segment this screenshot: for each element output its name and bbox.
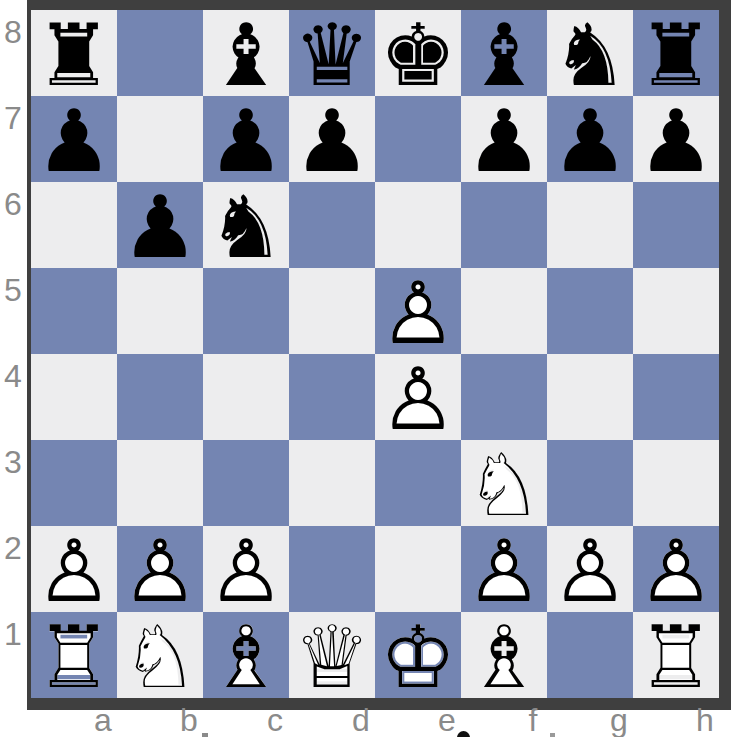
square-c4[interactable]	[203, 354, 289, 440]
square-f7[interactable]: ♟	[461, 96, 547, 182]
black-pawn[interactable]: ♟	[35, 98, 112, 184]
black-pawn[interactable]: ♟	[637, 98, 714, 184]
square-d8[interactable]: ♛	[289, 10, 375, 96]
square-c7[interactable]: ♟	[203, 96, 289, 182]
square-f6[interactable]	[461, 182, 547, 268]
black-queen-glyph: ♛	[293, 12, 370, 98]
square-e2[interactable]	[375, 526, 461, 612]
square-f5[interactable]	[461, 268, 547, 354]
square-d1[interactable]: ♛♕	[289, 612, 375, 698]
square-e7[interactable]	[375, 96, 461, 182]
square-g1[interactable]	[547, 612, 633, 698]
black-pawn[interactable]: ♟	[293, 98, 370, 184]
square-a3[interactable]	[31, 440, 117, 526]
black-pawn-glyph: ♟	[207, 98, 284, 184]
black-knight-glyph: ♞	[207, 184, 284, 270]
file-label-d: d	[340, 704, 382, 736]
square-h2[interactable]: ♟♙	[633, 526, 719, 612]
white-rook-outline: ♖	[35, 614, 112, 700]
square-a7[interactable]: ♟	[31, 96, 117, 182]
white-rook[interactable]: ♜♖	[35, 614, 112, 700]
white-pawn-outline: ♙	[207, 528, 284, 614]
white-pawn-outline: ♙	[637, 528, 714, 614]
white-pawn[interactable]: ♟♙	[551, 528, 628, 614]
square-c3[interactable]	[203, 440, 289, 526]
square-f2[interactable]: ♟♙	[461, 526, 547, 612]
white-pawn-outline: ♙	[121, 528, 198, 614]
file-label-g: g	[598, 704, 640, 736]
rank-label-1: 1	[0, 612, 26, 656]
file-label-h: h	[684, 704, 726, 736]
square-g6[interactable]	[547, 182, 633, 268]
chess-board: ♜♝♛♚♝♞♜♟♟♟♟♟♟♟♞♟♙♟♙♞♘♟♙♟♙♟♙♟♙♟♙♟♙♜♖♞♘♝♗♛…	[31, 10, 719, 698]
white-pawn[interactable]: ♟♙	[35, 528, 112, 614]
white-king-outline: ♔	[379, 614, 456, 700]
black-bishop-glyph: ♝	[207, 12, 284, 98]
square-g5[interactable]	[547, 268, 633, 354]
square-h7[interactable]: ♟	[633, 96, 719, 182]
black-pawn-glyph: ♟	[121, 184, 198, 270]
white-pawn-outline: ♙	[379, 270, 456, 356]
rank-label-4: 4	[0, 354, 26, 398]
square-e8[interactable]: ♚	[375, 10, 461, 96]
square-c1[interactable]: ♝♗	[203, 612, 289, 698]
white-rook[interactable]: ♜♖	[637, 614, 714, 700]
square-a8[interactable]: ♜	[31, 10, 117, 96]
rank-label-5: 5	[0, 268, 26, 312]
square-f3[interactable]: ♞♘	[461, 440, 547, 526]
white-king[interactable]: ♚♔	[379, 614, 456, 700]
board-frame: ♜♝♛♚♝♞♜♟♟♟♟♟♟♟♞♟♙♟♙♞♘♟♙♟♙♟♙♟♙♟♙♟♙♜♖♞♘♝♗♛…	[27, 0, 731, 710]
square-h3[interactable]	[633, 440, 719, 526]
square-h4[interactable]	[633, 354, 719, 440]
square-e4[interactable]: ♟♙	[375, 354, 461, 440]
square-e5[interactable]: ♟♙	[375, 268, 461, 354]
white-rook-outline: ♖	[637, 614, 714, 700]
black-rook[interactable]: ♜	[637, 12, 714, 98]
cutoff-speck-artifact	[202, 733, 208, 737]
square-b4[interactable]	[117, 354, 203, 440]
rank-label-7: 7	[0, 96, 26, 140]
square-a5[interactable]	[31, 268, 117, 354]
square-d3[interactable]	[289, 440, 375, 526]
square-g8[interactable]: ♞	[547, 10, 633, 96]
square-b1[interactable]: ♞♘	[117, 612, 203, 698]
square-e6[interactable]	[375, 182, 461, 268]
square-b5[interactable]	[117, 268, 203, 354]
black-king-glyph: ♚	[379, 12, 456, 98]
square-b8[interactable]	[117, 10, 203, 96]
white-bishop[interactable]: ♝♗	[207, 614, 284, 700]
square-g7[interactable]: ♟	[547, 96, 633, 182]
black-bishop-glyph: ♝	[465, 12, 542, 98]
white-knight-outline: ♘	[465, 442, 542, 528]
black-rook[interactable]: ♜	[35, 12, 112, 98]
rank-label-2: 2	[0, 526, 26, 570]
square-d2[interactable]	[289, 526, 375, 612]
black-pawn[interactable]: ♟	[121, 184, 198, 270]
cutoff-speck-artifact	[550, 733, 555, 737]
white-queen-outline: ♕	[293, 614, 370, 700]
black-rook-glyph: ♜	[35, 12, 112, 98]
square-b2[interactable]: ♟♙	[117, 526, 203, 612]
square-c6[interactable]: ♞	[203, 182, 289, 268]
square-e3[interactable]	[375, 440, 461, 526]
square-c8[interactable]: ♝	[203, 10, 289, 96]
black-rook-glyph: ♜	[637, 12, 714, 98]
cutoff-glyph-artifact	[457, 731, 470, 737]
black-knight[interactable]: ♞	[551, 12, 628, 98]
file-label-f: f	[512, 704, 554, 736]
black-bishop[interactable]: ♝	[207, 12, 284, 98]
black-queen[interactable]: ♛	[293, 12, 370, 98]
file-label-c: c	[254, 704, 296, 736]
rank-label-8: 8	[0, 10, 26, 54]
square-b6[interactable]: ♟	[117, 182, 203, 268]
white-bishop-outline: ♗	[207, 614, 284, 700]
square-e1[interactable]: ♚♔	[375, 612, 461, 698]
square-f8[interactable]: ♝	[461, 10, 547, 96]
white-bishop-outline: ♗	[465, 614, 542, 700]
black-pawn[interactable]: ♟	[465, 98, 542, 184]
square-h6[interactable]	[633, 182, 719, 268]
square-h5[interactable]	[633, 268, 719, 354]
square-h1[interactable]: ♜♖	[633, 612, 719, 698]
black-king[interactable]: ♚	[379, 12, 456, 98]
file-label-a: a	[82, 704, 124, 736]
square-a2[interactable]: ♟♙	[31, 526, 117, 612]
white-knight[interactable]: ♞♘	[121, 614, 198, 700]
white-pawn-outline: ♙	[379, 356, 456, 442]
rank-label-6: 6	[0, 182, 26, 226]
white-pawn[interactable]: ♟♙	[121, 528, 198, 614]
square-g2[interactable]: ♟♙	[547, 526, 633, 612]
white-pawn-outline: ♙	[551, 528, 628, 614]
black-pawn-glyph: ♟	[35, 98, 112, 184]
white-bishop[interactable]: ♝♗	[465, 614, 542, 700]
black-pawn-glyph: ♟	[551, 98, 628, 184]
black-pawn[interactable]: ♟	[551, 98, 628, 184]
square-h8[interactable]: ♜	[633, 10, 719, 96]
square-g4[interactable]	[547, 354, 633, 440]
white-pawn-outline: ♙	[465, 528, 542, 614]
square-b3[interactable]	[117, 440, 203, 526]
black-pawn[interactable]: ♟	[207, 98, 284, 184]
square-a6[interactable]	[31, 182, 117, 268]
square-f1[interactable]: ♝♗	[461, 612, 547, 698]
square-f4[interactable]	[461, 354, 547, 440]
black-pawn-glyph: ♟	[293, 98, 370, 184]
white-pawn[interactable]: ♟♙	[379, 356, 456, 442]
square-a1[interactable]: ♜♖	[31, 612, 117, 698]
white-pawn[interactable]: ♟♙	[379, 270, 456, 356]
square-d7[interactable]: ♟	[289, 96, 375, 182]
black-pawn-glyph: ♟	[637, 98, 714, 184]
white-knight[interactable]: ♞♘	[465, 442, 542, 528]
black-pawn-glyph: ♟	[465, 98, 542, 184]
white-pawn[interactable]: ♟♙	[637, 528, 714, 614]
white-pawn[interactable]: ♟♙	[465, 528, 542, 614]
square-d6[interactable]	[289, 182, 375, 268]
square-b7[interactable]	[117, 96, 203, 182]
white-queen[interactable]: ♛♕	[293, 614, 370, 700]
square-g3[interactable]	[547, 440, 633, 526]
square-c5[interactable]	[203, 268, 289, 354]
square-a4[interactable]	[31, 354, 117, 440]
file-label-b: b	[168, 704, 210, 736]
square-d4[interactable]	[289, 354, 375, 440]
chess-board-view: ♜♝♛♚♝♞♜♟♟♟♟♟♟♟♞♟♙♟♙♞♘♟♙♟♙♟♙♟♙♟♙♟♙♜♖♞♘♝♗♛…	[0, 0, 750, 737]
rank-label-3: 3	[0, 440, 26, 484]
black-knight-glyph: ♞	[551, 12, 628, 98]
square-c2[interactable]: ♟♙	[203, 526, 289, 612]
black-bishop[interactable]: ♝	[465, 12, 542, 98]
black-knight[interactable]: ♞	[207, 184, 284, 270]
white-pawn-outline: ♙	[35, 528, 112, 614]
square-d5[interactable]	[289, 268, 375, 354]
white-knight-outline: ♘	[121, 614, 198, 700]
white-pawn[interactable]: ♟♙	[207, 528, 284, 614]
